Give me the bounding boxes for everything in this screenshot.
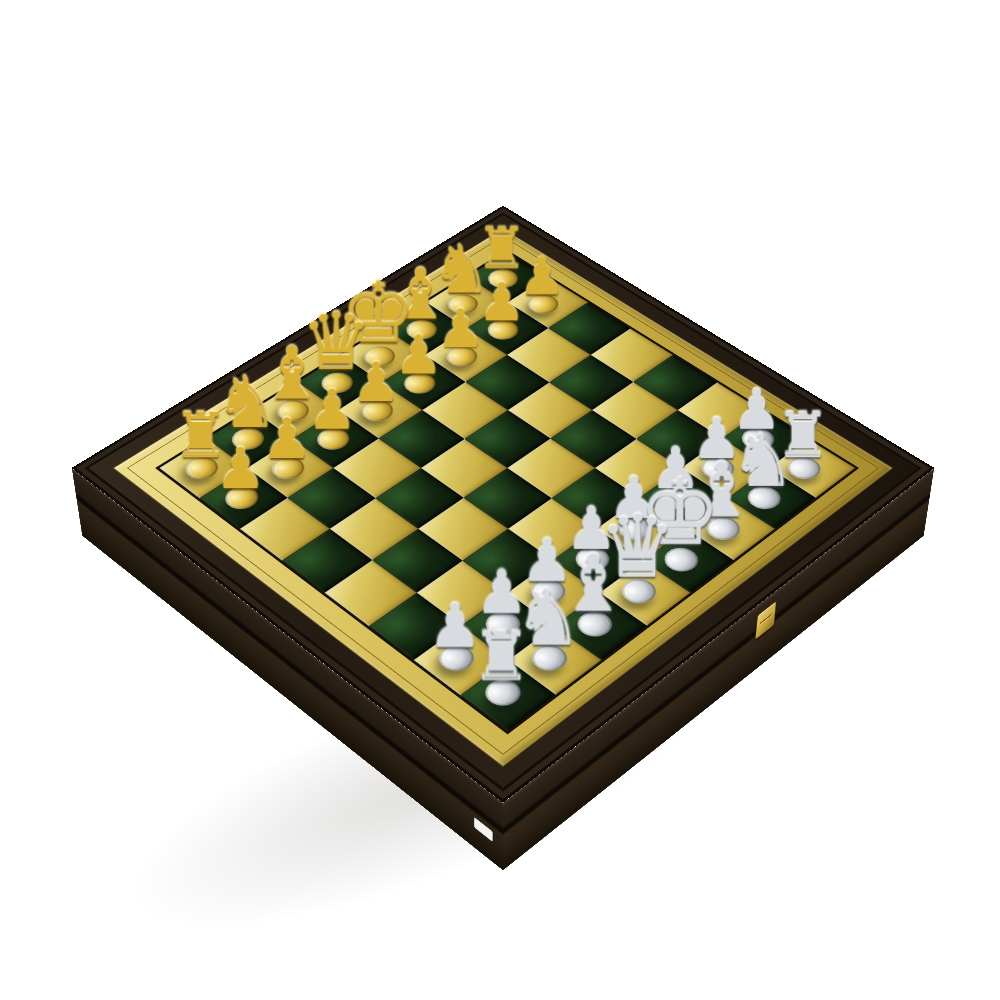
rook-glyph: ♜ (452, 623, 550, 691)
chess-set-photo: ♜♞♝♛♚♝♞♜♟♟♟♟♟♟♟♟♟♟♟♟♟♟♟♟♜♞♝♛♚♝♞♜ (0, 0, 1000, 1000)
pawn-glyph: ♟ (195, 440, 286, 497)
sticker-label (474, 817, 493, 842)
brass-latch (755, 601, 777, 641)
chess-case-top: ♜♞♝♛♚♝♞♜♟♟♟♟♟♟♟♟♟♟♟♟♟♟♟♟♜♞♝♛♚♝♞♜ (72, 206, 935, 803)
